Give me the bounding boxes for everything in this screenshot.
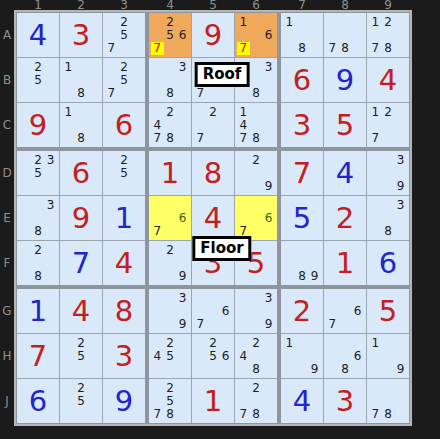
candidate-empty bbox=[19, 225, 32, 238]
cell-H4[interactable]: 245 bbox=[149, 334, 191, 378]
candidate-empty bbox=[351, 28, 364, 41]
candidate-7: 7 bbox=[237, 408, 250, 421]
candidate-grid: 257 bbox=[103, 13, 145, 57]
candidate-empty bbox=[176, 363, 189, 376]
candidate-3: 3 bbox=[176, 291, 189, 304]
candidate-empty bbox=[87, 60, 100, 73]
candidate-empty bbox=[151, 243, 164, 256]
candidate-8: 8 bbox=[32, 225, 45, 238]
solved-digit: 7 bbox=[60, 241, 102, 285]
candidate-empty bbox=[250, 28, 263, 41]
solved-digit: 6 bbox=[103, 103, 145, 147]
cell-F4[interactable]: 29 bbox=[149, 241, 191, 285]
candidate-empty bbox=[262, 73, 275, 86]
cell-B4[interactable]: 38 bbox=[149, 58, 191, 102]
candidate-empty bbox=[87, 394, 100, 407]
cell-H1[interactable]: 7 bbox=[17, 334, 59, 378]
cell-J1[interactable]: 6 bbox=[17, 379, 59, 423]
candidate-empty bbox=[237, 304, 250, 317]
candidate-empty bbox=[176, 225, 189, 238]
candidate-empty bbox=[283, 270, 296, 283]
candidate-grid: 18 bbox=[60, 103, 102, 147]
candidate-7: 7 bbox=[151, 42, 164, 55]
candidate-empty bbox=[207, 118, 220, 131]
cell-D1[interactable]: 235 bbox=[17, 151, 59, 195]
candidate-empty bbox=[262, 15, 275, 28]
solved-digit: 5 bbox=[367, 289, 409, 333]
candidate-empty bbox=[237, 363, 250, 376]
candidate-grid: 39 bbox=[235, 289, 277, 333]
candidate-empty bbox=[369, 198, 382, 211]
candidate-grid: 29 bbox=[149, 241, 191, 285]
solved-digit: 4 bbox=[324, 151, 366, 195]
candidate-empty bbox=[250, 349, 263, 362]
candidate-1: 1 bbox=[369, 336, 382, 349]
candidate-empty bbox=[207, 291, 220, 304]
candidate-empty bbox=[130, 87, 143, 100]
cell-G8[interactable]: 67 bbox=[324, 289, 366, 333]
candidate-empty bbox=[296, 256, 309, 269]
cell-D6[interactable]: 29 bbox=[235, 151, 277, 195]
candidate-grid: 2478 bbox=[149, 103, 191, 147]
candidate-empty bbox=[105, 15, 118, 28]
candidate-3: 3 bbox=[44, 153, 57, 166]
cell-H2[interactable]: 25 bbox=[60, 334, 102, 378]
candidate-empty bbox=[19, 73, 32, 86]
solved-digit: 1 bbox=[192, 379, 234, 423]
cell-E1[interactable]: 38 bbox=[17, 196, 59, 240]
candidate-empty bbox=[118, 87, 131, 100]
row-label-G: G bbox=[0, 305, 14, 317]
candidate-empty bbox=[176, 336, 189, 349]
candidate-empty bbox=[105, 180, 118, 193]
cell-H6[interactable]: 248 bbox=[235, 334, 277, 378]
candidate-empty bbox=[194, 291, 207, 304]
candidate-5: 5 bbox=[118, 73, 131, 86]
cell-A1[interactable]: 4 bbox=[17, 13, 59, 57]
candidate-empty bbox=[105, 73, 118, 86]
candidate-empty bbox=[250, 318, 263, 331]
candidate-empty bbox=[19, 198, 32, 211]
candidate-2: 2 bbox=[164, 243, 177, 256]
candidate-6: 6 bbox=[219, 349, 232, 362]
candidate-empty bbox=[382, 153, 395, 166]
candidate-9: 9 bbox=[308, 363, 321, 376]
candidate-empty bbox=[283, 243, 296, 256]
candidate-empty bbox=[62, 381, 75, 394]
candidate-empty bbox=[151, 87, 164, 100]
cell-C1[interactable]: 9 bbox=[17, 103, 59, 147]
candidate-empty bbox=[130, 180, 143, 193]
cell-F1[interactable]: 28 bbox=[17, 241, 59, 285]
cell-H8[interactable]: 68 bbox=[324, 334, 366, 378]
candidate-empty bbox=[351, 42, 364, 55]
candidate-empty bbox=[194, 363, 207, 376]
candidate-2: 2 bbox=[207, 336, 220, 349]
cell-B3[interactable]: 257 bbox=[103, 58, 145, 102]
candidate-grid: 67 bbox=[149, 196, 191, 240]
candidate-empty bbox=[219, 118, 232, 131]
cell-C7[interactable]: 3 bbox=[281, 103, 323, 147]
candidate-2: 2 bbox=[250, 336, 263, 349]
candidate-empty bbox=[44, 270, 57, 283]
cell-F2[interactable]: 7 bbox=[60, 241, 102, 285]
cell-A5[interactable]: 9 bbox=[192, 13, 234, 57]
candidate-6: 6 bbox=[262, 211, 275, 224]
candidate-2: 2 bbox=[250, 381, 263, 394]
candidate-5: 5 bbox=[32, 166, 45, 179]
candidate-empty bbox=[151, 304, 164, 317]
cell-A7[interactable]: 18 bbox=[281, 13, 323, 57]
candidate-empty bbox=[164, 256, 177, 269]
candidate-empty bbox=[237, 211, 250, 224]
cell-J9[interactable]: 78 bbox=[367, 379, 409, 423]
solved-digit: 1 bbox=[324, 241, 366, 285]
cell-B2[interactable]: 18 bbox=[60, 58, 102, 102]
candidate-empty bbox=[207, 132, 220, 145]
candidate-3: 3 bbox=[176, 60, 189, 73]
candidate-2: 2 bbox=[32, 60, 45, 73]
cell-D4[interactable]: 1 bbox=[149, 151, 191, 195]
solved-digit: 9 bbox=[17, 103, 59, 147]
candidate-empty bbox=[19, 211, 32, 224]
cell-E3[interactable]: 1 bbox=[103, 196, 145, 240]
cell-C5[interactable]: 27 bbox=[192, 103, 234, 147]
candidate-empty bbox=[151, 363, 164, 376]
candidate-6: 6 bbox=[351, 349, 364, 362]
candidate-9: 9 bbox=[262, 180, 275, 193]
candidate-8: 8 bbox=[382, 225, 395, 238]
candidate-empty bbox=[219, 132, 232, 145]
cell-A9[interactable]: 1278 bbox=[367, 13, 409, 57]
candidate-empty bbox=[296, 15, 309, 28]
candidate-empty bbox=[62, 118, 75, 131]
candidate-8: 8 bbox=[75, 87, 88, 100]
candidate-empty bbox=[19, 87, 32, 100]
cell-F9[interactable]: 6 bbox=[367, 241, 409, 285]
candidate-grid: 19 bbox=[367, 334, 409, 378]
candidate-2: 2 bbox=[118, 60, 131, 73]
candidate-3: 3 bbox=[394, 198, 407, 211]
candidate-empty bbox=[176, 243, 189, 256]
candidate-empty bbox=[262, 105, 275, 118]
row-label-B: B bbox=[0, 74, 14, 86]
candidate-2: 2 bbox=[75, 336, 88, 349]
cell-G3[interactable]: 8 bbox=[103, 289, 145, 333]
candidate-grid: 29 bbox=[235, 151, 277, 195]
cell-J3[interactable]: 9 bbox=[103, 379, 145, 423]
candidate-8: 8 bbox=[339, 363, 352, 376]
cell-F7[interactable]: 89 bbox=[281, 241, 323, 285]
cell-E6[interactable]: 67 bbox=[235, 196, 277, 240]
candidate-7: 7 bbox=[194, 318, 207, 331]
candidate-1: 1 bbox=[62, 105, 75, 118]
candidate-empty bbox=[194, 105, 207, 118]
candidate-empty bbox=[176, 256, 189, 269]
candidate-empty bbox=[369, 225, 382, 238]
cell-A6[interactable]: 167 bbox=[235, 13, 277, 57]
candidate-1: 1 bbox=[283, 15, 296, 28]
candidate-empty bbox=[62, 394, 75, 407]
candidate-empty bbox=[44, 225, 57, 238]
cell-G5[interactable]: 67 bbox=[192, 289, 234, 333]
candidate-empty bbox=[351, 15, 364, 28]
candidate-empty bbox=[75, 118, 88, 131]
cell-F8[interactable]: 1 bbox=[324, 241, 366, 285]
candidate-grid: 28 bbox=[17, 241, 59, 285]
cell-J8[interactable]: 3 bbox=[324, 379, 366, 423]
cell-J6[interactable]: 278 bbox=[235, 379, 277, 423]
cell-D7[interactable]: 7 bbox=[281, 151, 323, 195]
candidate-empty bbox=[87, 408, 100, 421]
candidate-8: 8 bbox=[164, 132, 177, 145]
candidate-empty bbox=[283, 349, 296, 362]
cell-G4[interactable]: 39 bbox=[149, 289, 191, 333]
box-8: 39673924525624825781278 bbox=[149, 289, 277, 423]
candidate-empty bbox=[382, 180, 395, 193]
candidate-empty bbox=[151, 73, 164, 86]
candidate-empty bbox=[283, 256, 296, 269]
candidate-empty bbox=[262, 87, 275, 100]
box-3: 1878127869435127 bbox=[281, 13, 409, 147]
candidate-empty bbox=[62, 73, 75, 86]
candidate-grid: 278 bbox=[235, 379, 277, 423]
candidate-empty bbox=[250, 198, 263, 211]
cell-H5[interactable]: 256 bbox=[192, 334, 234, 378]
candidate-empty bbox=[19, 60, 32, 73]
candidate-empty bbox=[262, 363, 275, 376]
cell-D9[interactable]: 39 bbox=[367, 151, 409, 195]
candidate-5: 5 bbox=[207, 349, 220, 362]
candidate-empty bbox=[326, 349, 339, 362]
candidate-8: 8 bbox=[296, 270, 309, 283]
cell-A3[interactable]: 257 bbox=[103, 13, 145, 57]
candidate-empty bbox=[32, 87, 45, 100]
candidate-empty bbox=[87, 336, 100, 349]
cell-B8[interactable]: 9 bbox=[324, 58, 366, 102]
candidate-empty bbox=[176, 73, 189, 86]
candidate-empty bbox=[164, 211, 177, 224]
candidate-empty bbox=[262, 42, 275, 55]
candidate-4: 4 bbox=[151, 118, 164, 131]
solved-digit: 6 bbox=[367, 241, 409, 285]
candidate-empty bbox=[105, 153, 118, 166]
candidate-empty bbox=[250, 304, 263, 317]
cell-G7[interactable]: 2 bbox=[281, 289, 323, 333]
candidate-empty bbox=[207, 363, 220, 376]
candidate-empty bbox=[250, 60, 263, 73]
candidate-empty bbox=[176, 349, 189, 362]
candidate-8: 8 bbox=[250, 132, 263, 145]
solved-digit: 6 bbox=[281, 58, 323, 102]
cell-G2[interactable]: 4 bbox=[60, 289, 102, 333]
cell-J5[interactable]: 1 bbox=[192, 379, 234, 423]
solved-digit: 4 bbox=[103, 241, 145, 285]
candidate-empty bbox=[369, 166, 382, 179]
candidate-empty bbox=[164, 225, 177, 238]
candidate-2: 2 bbox=[164, 105, 177, 118]
candidate-empty bbox=[369, 153, 382, 166]
candidate-1: 1 bbox=[237, 15, 250, 28]
candidate-7: 7 bbox=[369, 408, 382, 421]
cell-E8[interactable]: 2 bbox=[324, 196, 366, 240]
candidate-empty bbox=[237, 153, 250, 166]
candidate-6: 6 bbox=[219, 304, 232, 317]
candidate-empty bbox=[62, 87, 75, 100]
cell-G6[interactable]: 39 bbox=[235, 289, 277, 333]
cell-C9[interactable]: 127 bbox=[367, 103, 409, 147]
cell-C8[interactable]: 5 bbox=[324, 103, 366, 147]
candidate-2: 2 bbox=[75, 381, 88, 394]
candidate-empty bbox=[118, 180, 131, 193]
candidate-empty bbox=[262, 166, 275, 179]
candidate-empty bbox=[219, 105, 232, 118]
cell-G9[interactable]: 5 bbox=[367, 289, 409, 333]
candidate-9: 9 bbox=[262, 318, 275, 331]
candidate-grid: 68 bbox=[324, 334, 366, 378]
row-label-E: E bbox=[0, 212, 14, 224]
candidate-grid: 127 bbox=[367, 103, 409, 147]
candidate-empty bbox=[164, 60, 177, 73]
candidate-grid: 67 bbox=[324, 289, 366, 333]
cell-B1[interactable]: 25 bbox=[17, 58, 59, 102]
cell-E4[interactable]: 67 bbox=[149, 196, 191, 240]
cell-C4[interactable]: 2478 bbox=[149, 103, 191, 147]
candidate-empty bbox=[19, 270, 32, 283]
cell-A8[interactable]: 78 bbox=[324, 13, 366, 57]
candidate-empty bbox=[19, 180, 32, 193]
cell-D5[interactable]: 8 bbox=[192, 151, 234, 195]
candidate-empty bbox=[87, 118, 100, 131]
cell-C3[interactable]: 6 bbox=[103, 103, 145, 147]
candidate-empty bbox=[394, 349, 407, 362]
candidate-empty bbox=[296, 243, 309, 256]
candidate-empty bbox=[326, 336, 339, 349]
box-4: 23562538912874 bbox=[17, 151, 145, 285]
candidate-empty bbox=[250, 42, 263, 55]
candidate-grid: 19 bbox=[281, 334, 323, 378]
cell-D8[interactable]: 4 bbox=[324, 151, 366, 195]
candidate-empty bbox=[369, 394, 382, 407]
cell-A2[interactable]: 3 bbox=[60, 13, 102, 57]
solved-digit: 2 bbox=[324, 196, 366, 240]
candidate-2: 2 bbox=[164, 381, 177, 394]
candidate-empty bbox=[262, 304, 275, 317]
candidate-4: 4 bbox=[151, 349, 164, 362]
cell-H9[interactable]: 19 bbox=[367, 334, 409, 378]
solved-digit: 4 bbox=[367, 58, 409, 102]
candidate-empty bbox=[44, 87, 57, 100]
candidate-grid: 1278 bbox=[367, 13, 409, 57]
cell-J4[interactable]: 2578 bbox=[149, 379, 191, 423]
candidate-empty bbox=[62, 132, 75, 145]
row-label-J: J bbox=[0, 395, 14, 407]
floor-label: Floor bbox=[192, 236, 251, 261]
cell-E9[interactable]: 38 bbox=[367, 196, 409, 240]
solved-digit: 3 bbox=[103, 334, 145, 378]
candidate-grid: 89 bbox=[281, 241, 323, 285]
candidate-empty bbox=[32, 198, 45, 211]
cell-E2[interactable]: 9 bbox=[60, 196, 102, 240]
solved-digit: 5 bbox=[324, 103, 366, 147]
candidate-empty bbox=[151, 198, 164, 211]
candidate-empty bbox=[262, 349, 275, 362]
candidate-grid: 27 bbox=[192, 103, 234, 147]
candidate-empty bbox=[44, 180, 57, 193]
candidate-empty bbox=[207, 304, 220, 317]
cell-D2[interactable]: 6 bbox=[60, 151, 102, 195]
candidate-empty bbox=[32, 256, 45, 269]
candidate-empty bbox=[339, 304, 352, 317]
cell-D3[interactable]: 25 bbox=[103, 151, 145, 195]
candidate-empty bbox=[19, 153, 32, 166]
candidate-empty bbox=[250, 166, 263, 179]
candidate-empty bbox=[296, 363, 309, 376]
candidate-empty bbox=[262, 132, 275, 145]
candidate-empty bbox=[219, 87, 232, 100]
cell-J2[interactable]: 25 bbox=[60, 379, 102, 423]
candidate-empty bbox=[262, 225, 275, 238]
candidate-empty bbox=[382, 198, 395, 211]
candidate-6: 6 bbox=[176, 28, 189, 41]
candidate-empty bbox=[237, 381, 250, 394]
candidate-empty bbox=[382, 132, 395, 145]
candidate-grid: 67 bbox=[235, 196, 277, 240]
candidate-empty bbox=[219, 336, 232, 349]
solved-digit: 1 bbox=[103, 196, 145, 240]
candidate-7: 7 bbox=[151, 132, 164, 145]
candidate-empty bbox=[176, 105, 189, 118]
candidate-empty bbox=[62, 349, 75, 362]
cell-C2[interactable]: 18 bbox=[60, 103, 102, 147]
candidate-grid: 256 bbox=[192, 334, 234, 378]
candidate-empty bbox=[308, 28, 321, 41]
candidate-empty bbox=[130, 15, 143, 28]
cell-G1[interactable]: 1 bbox=[17, 289, 59, 333]
candidate-empty bbox=[382, 118, 395, 131]
cell-E7[interactable]: 5 bbox=[281, 196, 323, 240]
candidate-grid: 235 bbox=[17, 151, 59, 195]
candidate-empty bbox=[382, 211, 395, 224]
cell-F3[interactable]: 4 bbox=[103, 241, 145, 285]
cell-B7[interactable]: 6 bbox=[281, 58, 323, 102]
candidate-empty bbox=[176, 381, 189, 394]
candidate-empty bbox=[296, 28, 309, 41]
candidate-empty bbox=[87, 363, 100, 376]
candidate-7: 7 bbox=[237, 132, 250, 145]
cell-J7[interactable]: 4 bbox=[281, 379, 323, 423]
candidate-empty bbox=[219, 291, 232, 304]
candidate-empty bbox=[382, 166, 395, 179]
cell-B9[interactable]: 4 bbox=[367, 58, 409, 102]
candidate-empty bbox=[326, 291, 339, 304]
solved-digit: 9 bbox=[324, 58, 366, 102]
cell-H7[interactable]: 19 bbox=[281, 334, 323, 378]
cell-A4[interactable]: 2567 bbox=[149, 13, 191, 57]
cell-H3[interactable]: 3 bbox=[103, 334, 145, 378]
candidate-empty bbox=[75, 408, 88, 421]
candidate-empty bbox=[151, 28, 164, 41]
cell-E5[interactable]: 4 bbox=[192, 196, 234, 240]
candidate-7: 7 bbox=[326, 318, 339, 331]
candidate-8: 8 bbox=[382, 408, 395, 421]
solved-digit: 9 bbox=[103, 379, 145, 423]
candidate-empty bbox=[151, 381, 164, 394]
cell-C6[interactable]: 1478 bbox=[235, 103, 277, 147]
candidate-9: 9 bbox=[394, 363, 407, 376]
candidate-empty bbox=[87, 381, 100, 394]
candidate-empty bbox=[308, 243, 321, 256]
